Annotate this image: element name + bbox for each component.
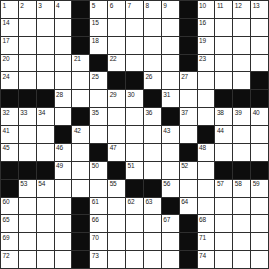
clue-number-24: 24 — [3, 73, 10, 80]
white-cell-r15c6[interactable]: 73 — [90, 251, 107, 268]
white-cell-r11c12[interactable] — [198, 180, 215, 197]
white-cell-r2c15[interactable] — [251, 19, 268, 36]
white-cell-r11c6[interactable] — [90, 180, 107, 197]
white-cell-r11c3[interactable]: 54 — [37, 180, 54, 197]
clue-number-1: 1 — [3, 2, 6, 9]
white-cell-r5c6[interactable]: 25 — [90, 72, 107, 89]
white-cell-r3c2[interactable] — [19, 37, 36, 54]
white-cell-r14c6[interactable]: 70 — [90, 233, 107, 250]
white-cell-r3c3[interactable] — [37, 37, 54, 54]
black-cell-r14c5 — [72, 233, 89, 250]
white-cell-r8c11[interactable] — [180, 126, 197, 143]
white-cell-r12c8[interactable]: 62 — [126, 198, 143, 215]
black-cell-r10c2 — [19, 162, 36, 179]
white-cell-r13c4[interactable] — [55, 215, 72, 232]
white-cell-r7c11[interactable]: 37 — [180, 108, 197, 125]
clue-number-7: 7 — [128, 2, 131, 9]
clue-number-45: 45 — [3, 144, 10, 151]
white-cell-r1c1[interactable]: 1 — [1, 1, 18, 18]
clue-number-58: 58 — [235, 180, 242, 187]
clue-number-20: 20 — [3, 55, 10, 62]
black-cell-r1c11 — [180, 1, 197, 18]
white-cell-r12c2[interactable] — [19, 198, 36, 215]
clue-number-2: 2 — [20, 2, 23, 9]
clue-number-62: 62 — [128, 198, 135, 205]
white-cell-r13c12[interactable]: 68 — [198, 215, 215, 232]
black-cell-r9c6 — [90, 144, 107, 161]
white-cell-r15c1[interactable]: 72 — [1, 251, 18, 268]
white-cell-r15c13[interactable] — [215, 251, 232, 268]
white-cell-r13c9[interactable] — [144, 215, 161, 232]
clue-number-21: 21 — [74, 55, 81, 62]
white-cell-r14c4[interactable] — [55, 233, 72, 250]
black-cell-r7c10 — [162, 108, 179, 125]
clue-number-42: 42 — [74, 127, 81, 134]
white-cell-r2c2[interactable] — [19, 19, 36, 36]
black-cell-r8c12 — [198, 126, 215, 143]
crossword-board: 1234567891011121314151617181920212223242… — [0, 0, 269, 269]
white-cell-r13c1[interactable]: 65 — [1, 215, 18, 232]
white-cell-r7c12[interactable] — [198, 108, 215, 125]
white-cell-r12c14[interactable] — [233, 198, 250, 215]
clue-number-34: 34 — [38, 109, 45, 116]
clue-number-36: 36 — [145, 109, 152, 116]
clue-number-56: 56 — [163, 180, 170, 187]
white-cell-r13c14[interactable] — [233, 215, 250, 232]
white-cell-r9c8[interactable] — [126, 144, 143, 161]
white-cell-r14c15[interactable] — [251, 233, 268, 250]
white-cell-r8c8[interactable] — [126, 126, 143, 143]
clue-number-39: 39 — [235, 109, 242, 116]
clue-number-22: 22 — [110, 55, 117, 62]
black-cell-r14c11 — [180, 233, 197, 250]
clue-number-71: 71 — [199, 234, 206, 241]
white-cell-r7c1[interactable]: 32 — [1, 108, 18, 125]
white-cell-r2c8[interactable] — [126, 19, 143, 36]
white-cell-r10c12[interactable] — [198, 162, 215, 179]
clue-number-73: 73 — [92, 252, 99, 259]
white-cell-r9c15[interactable] — [251, 144, 268, 161]
white-cell-r10c8[interactable]: 51 — [126, 162, 143, 179]
white-cell-r8c14[interactable] — [233, 126, 250, 143]
white-cell-r4c1[interactable]: 20 — [1, 55, 18, 72]
white-cell-r5c5[interactable] — [72, 72, 89, 89]
black-cell-r11c9 — [144, 180, 161, 197]
white-cell-r13c13[interactable] — [215, 215, 232, 232]
white-cell-r8c6[interactable] — [90, 126, 107, 143]
white-cell-r12c12[interactable] — [198, 198, 215, 215]
white-cell-r12c3[interactable] — [37, 198, 54, 215]
clue-number-64: 64 — [181, 198, 188, 205]
clue-number-49: 49 — [56, 162, 63, 169]
white-cell-r14c8[interactable] — [126, 233, 143, 250]
white-cell-r14c13[interactable] — [215, 233, 232, 250]
black-cell-r13c5 — [72, 215, 89, 232]
clue-number-61: 61 — [92, 198, 99, 205]
clue-number-4: 4 — [56, 2, 59, 9]
white-cell-r5c9[interactable]: 26 — [144, 72, 161, 89]
white-cell-r5c14[interactable] — [233, 72, 250, 89]
clue-number-15: 15 — [92, 19, 99, 26]
white-cell-r2c9[interactable] — [144, 19, 161, 36]
white-cell-r2c1[interactable]: 14 — [1, 19, 18, 36]
clue-number-6: 6 — [110, 2, 113, 9]
white-cell-r4c15[interactable] — [251, 55, 268, 72]
white-cell-r8c7[interactable] — [108, 126, 125, 143]
white-cell-r12c4[interactable] — [55, 198, 72, 215]
white-cell-r14c2[interactable] — [19, 233, 36, 250]
white-cell-r4c3[interactable] — [37, 55, 54, 72]
white-cell-r5c13[interactable] — [215, 72, 232, 89]
clue-number-31: 31 — [163, 91, 170, 98]
clue-number-47: 47 — [110, 144, 117, 151]
black-cell-r5c15 — [251, 72, 268, 89]
white-cell-r5c4[interactable] — [55, 72, 72, 89]
white-cell-r4c7[interactable]: 22 — [108, 55, 125, 72]
white-cell-r8c2[interactable] — [19, 126, 36, 143]
black-cell-r10c1 — [1, 162, 18, 179]
clue-number-3: 3 — [38, 2, 41, 9]
clue-number-72: 72 — [3, 252, 10, 259]
white-cell-r2c13[interactable] — [215, 19, 232, 36]
clue-number-66: 66 — [92, 216, 99, 223]
clue-number-74: 74 — [199, 252, 206, 259]
white-cell-r13c15[interactable] — [251, 215, 268, 232]
white-cell-r15c7[interactable] — [108, 251, 125, 268]
black-cell-r10c3 — [37, 162, 54, 179]
clue-number-37: 37 — [181, 109, 188, 116]
clue-number-16: 16 — [199, 19, 206, 26]
white-cell-r15c10[interactable] — [162, 251, 179, 268]
white-cell-r5c11[interactable]: 27 — [180, 72, 197, 89]
white-cell-r15c3[interactable] — [37, 251, 54, 268]
white-cell-r3c14[interactable] — [233, 37, 250, 54]
white-cell-r8c13[interactable]: 44 — [215, 126, 232, 143]
white-cell-r1c14[interactable]: 12 — [233, 1, 250, 18]
white-cell-r5c1[interactable]: 24 — [1, 72, 18, 89]
clue-number-18: 18 — [92, 37, 99, 44]
white-cell-r12c1[interactable]: 60 — [1, 198, 18, 215]
white-cell-r7c15[interactable]: 40 — [251, 108, 268, 125]
white-cell-r9c5[interactable] — [72, 144, 89, 161]
white-cell-r1c3[interactable]: 3 — [37, 1, 54, 18]
white-cell-r14c14[interactable] — [233, 233, 250, 250]
clue-number-46: 46 — [56, 144, 63, 151]
white-cell-r1c9[interactable]: 8 — [144, 1, 161, 18]
clue-number-12: 12 — [235, 2, 242, 9]
black-cell-r10c15 — [251, 162, 268, 179]
black-cell-r2c5 — [72, 19, 89, 36]
white-cell-r7c3[interactable]: 34 — [37, 108, 54, 125]
white-cell-r10c5[interactable] — [72, 162, 89, 179]
clue-number-14: 14 — [3, 19, 10, 26]
black-cell-r3c11 — [180, 37, 197, 54]
black-cell-r6c2 — [19, 90, 36, 107]
white-cell-r7c4[interactable] — [55, 108, 72, 125]
white-cell-r13c10[interactable]: 67 — [162, 215, 179, 232]
white-cell-r10c4[interactable]: 49 — [55, 162, 72, 179]
white-cell-r13c3[interactable] — [37, 215, 54, 232]
white-cell-r15c15[interactable] — [251, 251, 268, 268]
white-cell-r7c2[interactable]: 33 — [19, 108, 36, 125]
black-cell-r11c8 — [126, 180, 143, 197]
white-cell-r9c13[interactable] — [215, 144, 232, 161]
white-cell-r15c14[interactable] — [233, 251, 250, 268]
white-cell-r13c6[interactable]: 66 — [90, 215, 107, 232]
white-cell-r1c15[interactable]: 13 — [251, 1, 268, 18]
white-cell-r4c4[interactable] — [55, 55, 72, 72]
white-cell-r6c5[interactable] — [72, 90, 89, 107]
white-cell-r7c6[interactable]: 35 — [90, 108, 107, 125]
white-cell-r13c8[interactable] — [126, 215, 143, 232]
white-cell-r3c10[interactable] — [162, 37, 179, 54]
white-cell-r9c12[interactable]: 48 — [198, 144, 215, 161]
black-cell-r6c9 — [144, 90, 161, 107]
clue-number-5: 5 — [92, 2, 95, 9]
white-cell-r1c4[interactable]: 4 — [55, 1, 72, 18]
white-cell-r9c7[interactable]: 47 — [108, 144, 125, 161]
clue-number-23: 23 — [199, 55, 206, 62]
white-cell-r3c15[interactable] — [251, 37, 268, 54]
white-cell-r1c7[interactable]: 6 — [108, 1, 125, 18]
white-cell-r11c11[interactable] — [180, 180, 197, 197]
white-cell-r11c13[interactable]: 57 — [215, 180, 232, 197]
clue-number-59: 59 — [253, 180, 260, 187]
white-cell-r1c13[interactable]: 11 — [215, 1, 232, 18]
black-cell-r12c10 — [162, 198, 179, 215]
white-cell-r14c1[interactable]: 69 — [1, 233, 18, 250]
white-cell-r11c15[interactable]: 59 — [251, 180, 268, 197]
white-cell-r2c14[interactable] — [233, 19, 250, 36]
clue-number-26: 26 — [145, 73, 152, 80]
white-cell-r3c12[interactable]: 19 — [198, 37, 215, 54]
clue-number-52: 52 — [181, 162, 188, 169]
clue-number-32: 32 — [3, 109, 10, 116]
white-cell-r11c2[interactable]: 53 — [19, 180, 36, 197]
clue-number-70: 70 — [92, 234, 99, 241]
black-cell-r4c6 — [90, 55, 107, 72]
white-cell-r13c2[interactable] — [19, 215, 36, 232]
white-cell-r1c6[interactable]: 5 — [90, 1, 107, 18]
crossword-page: 1234567891011121314151617181920212223242… — [0, 0, 269, 269]
white-cell-r3c1[interactable]: 17 — [1, 37, 18, 54]
white-cell-r3c13[interactable] — [215, 37, 232, 54]
white-cell-r5c12[interactable] — [198, 72, 215, 89]
white-cell-r1c10[interactable]: 9 — [162, 1, 179, 18]
white-cell-r3c6[interactable]: 18 — [90, 37, 107, 54]
white-cell-r8c10[interactable]: 43 — [162, 126, 179, 143]
black-cell-r9c11 — [180, 144, 197, 161]
clue-number-25: 25 — [92, 73, 99, 80]
clue-number-33: 33 — [20, 109, 27, 116]
clue-number-13: 13 — [253, 2, 260, 9]
white-cell-r12c11[interactable]: 64 — [180, 198, 197, 215]
white-cell-r12c9[interactable]: 63 — [144, 198, 161, 215]
white-cell-r7c7[interactable] — [108, 108, 125, 125]
black-cell-r8c4 — [55, 126, 72, 143]
black-cell-r6c14 — [233, 90, 250, 107]
black-cell-r7c5 — [72, 108, 89, 125]
clue-number-27: 27 — [181, 73, 188, 80]
white-cell-r9c14[interactable] — [233, 144, 250, 161]
clue-number-50: 50 — [92, 162, 99, 169]
white-cell-r5c3[interactable] — [37, 72, 54, 89]
black-cell-r10c7 — [108, 162, 125, 179]
white-cell-r4c13[interactable] — [215, 55, 232, 72]
white-cell-r10c11[interactable]: 52 — [180, 162, 197, 179]
black-cell-r6c1 — [1, 90, 18, 107]
white-cell-r6c11[interactable] — [180, 90, 197, 107]
black-cell-r13c11 — [180, 215, 197, 232]
white-cell-r3c8[interactable] — [126, 37, 143, 54]
clue-number-9: 9 — [163, 2, 166, 9]
white-cell-r7c14[interactable]: 39 — [233, 108, 250, 125]
white-cell-r10c9[interactable] — [144, 162, 161, 179]
black-cell-r15c5 — [72, 251, 89, 268]
white-cell-r14c3[interactable] — [37, 233, 54, 250]
white-cell-r9c9[interactable] — [144, 144, 161, 161]
white-cell-r15c4[interactable] — [55, 251, 72, 268]
clue-number-29: 29 — [110, 91, 117, 98]
white-cell-r4c10[interactable] — [162, 55, 179, 72]
white-cell-r14c10[interactable] — [162, 233, 179, 250]
white-cell-r4c5[interactable]: 21 — [72, 55, 89, 72]
black-cell-r1c5 — [72, 1, 89, 18]
black-cell-r6c15 — [251, 90, 268, 107]
white-cell-r6c7[interactable]: 29 — [108, 90, 125, 107]
white-cell-r9c10[interactable] — [162, 144, 179, 161]
white-cell-r15c12[interactable]: 74 — [198, 251, 215, 268]
white-cell-r8c15[interactable] — [251, 126, 268, 143]
white-cell-r12c15[interactable] — [251, 198, 268, 215]
clue-number-60: 60 — [3, 198, 10, 205]
white-cell-r6c12[interactable] — [198, 90, 215, 107]
white-cell-r4c8[interactable] — [126, 55, 143, 72]
white-cell-r4c14[interactable] — [233, 55, 250, 72]
clue-number-35: 35 — [92, 109, 99, 116]
white-cell-r2c3[interactable] — [37, 19, 54, 36]
black-cell-r4c11 — [180, 55, 197, 72]
clue-number-40: 40 — [253, 109, 260, 116]
clue-number-19: 19 — [199, 37, 206, 44]
clue-number-43: 43 — [163, 127, 170, 134]
white-cell-r9c2[interactable] — [19, 144, 36, 161]
white-cell-r2c12[interactable]: 16 — [198, 19, 215, 36]
white-cell-r11c10[interactable]: 56 — [162, 180, 179, 197]
white-cell-r11c5[interactable] — [72, 180, 89, 197]
white-cell-r1c8[interactable]: 7 — [126, 1, 143, 18]
clue-number-63: 63 — [145, 198, 152, 205]
white-cell-r9c4[interactable]: 46 — [55, 144, 72, 161]
white-cell-r14c12[interactable]: 71 — [198, 233, 215, 250]
white-cell-r15c2[interactable] — [19, 251, 36, 268]
clue-number-54: 54 — [38, 180, 45, 187]
white-cell-r6c10[interactable]: 31 — [162, 90, 179, 107]
white-cell-r8c1[interactable]: 41 — [1, 126, 18, 143]
black-cell-r11c1 — [1, 180, 18, 197]
black-cell-r10c14 — [233, 162, 250, 179]
white-cell-r10c6[interactable]: 50 — [90, 162, 107, 179]
white-cell-r3c4[interactable] — [55, 37, 72, 54]
white-cell-r5c2[interactable] — [19, 72, 36, 89]
white-cell-r2c10[interactable] — [162, 19, 179, 36]
white-cell-r12c6[interactable]: 61 — [90, 198, 107, 215]
black-cell-r6c3 — [37, 90, 54, 107]
clue-number-53: 53 — [20, 180, 27, 187]
clue-number-51: 51 — [128, 162, 135, 169]
black-cell-r15c11 — [180, 251, 197, 268]
white-cell-r10c10[interactable] — [162, 162, 179, 179]
clue-number-41: 41 — [3, 127, 10, 134]
white-cell-r6c4[interactable]: 28 — [55, 90, 72, 107]
white-cell-r2c4[interactable] — [55, 19, 72, 36]
white-cell-r7c13[interactable]: 38 — [215, 108, 232, 125]
white-cell-r12c13[interactable] — [215, 198, 232, 215]
clue-number-30: 30 — [128, 91, 135, 98]
white-cell-r8c3[interactable] — [37, 126, 54, 143]
clue-number-67: 67 — [163, 216, 170, 223]
white-cell-r6c6[interactable] — [90, 90, 107, 107]
white-cell-r13c7[interactable] — [108, 215, 125, 232]
white-cell-r4c2[interactable] — [19, 55, 36, 72]
white-cell-r7c9[interactable]: 36 — [144, 108, 161, 125]
clue-number-65: 65 — [3, 216, 10, 223]
black-cell-r3c5 — [72, 37, 89, 54]
white-cell-r3c9[interactable] — [144, 37, 161, 54]
white-cell-r3c7[interactable] — [108, 37, 125, 54]
black-cell-r5c7 — [108, 72, 125, 89]
clue-number-28: 28 — [56, 91, 63, 98]
black-cell-r12c5 — [72, 198, 89, 215]
white-cell-r6c8[interactable]: 30 — [126, 90, 143, 107]
white-cell-r14c7[interactable] — [108, 233, 125, 250]
white-cell-r12c7[interactable] — [108, 198, 125, 215]
white-cell-r8c5[interactable]: 42 — [72, 126, 89, 143]
clue-number-55: 55 — [110, 180, 117, 187]
white-cell-r14c9[interactable] — [144, 233, 161, 250]
white-cell-r2c7[interactable] — [108, 19, 125, 36]
white-cell-r7c8[interactable] — [126, 108, 143, 125]
clue-number-57: 57 — [217, 180, 224, 187]
white-cell-r11c7[interactable]: 55 — [108, 180, 125, 197]
clue-number-11: 11 — [217, 2, 223, 9]
white-cell-r11c4[interactable] — [55, 180, 72, 197]
white-cell-r15c8[interactable] — [126, 251, 143, 268]
clue-number-10: 10 — [199, 2, 206, 9]
white-cell-r1c2[interactable]: 2 — [19, 1, 36, 18]
black-cell-r5c8 — [126, 72, 143, 89]
black-cell-r10c13 — [215, 162, 232, 179]
black-cell-r2c11 — [180, 19, 197, 36]
white-cell-r1c12[interactable]: 10 — [198, 1, 215, 18]
white-cell-r2c6[interactable]: 15 — [90, 19, 107, 36]
white-cell-r9c1[interactable]: 45 — [1, 144, 18, 161]
white-cell-r8c9[interactable] — [144, 126, 161, 143]
white-cell-r4c12[interactable]: 23 — [198, 55, 215, 72]
white-cell-r9c3[interactable] — [37, 144, 54, 161]
black-cell-r6c13 — [215, 90, 232, 107]
clue-number-68: 68 — [199, 216, 206, 223]
white-cell-r15c9[interactable] — [144, 251, 161, 268]
clue-number-8: 8 — [145, 2, 148, 9]
clue-number-48: 48 — [199, 144, 206, 151]
clue-number-17: 17 — [3, 37, 10, 44]
clue-number-38: 38 — [217, 109, 224, 116]
white-cell-r11c14[interactable]: 58 — [233, 180, 250, 197]
clue-number-69: 69 — [3, 234, 10, 241]
white-cell-r5c10[interactable] — [162, 72, 179, 89]
white-cell-r4c9[interactable] — [144, 55, 161, 72]
